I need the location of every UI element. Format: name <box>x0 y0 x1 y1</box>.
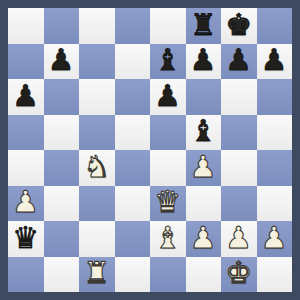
square-f6[interactable] <box>186 79 222 115</box>
square-g4[interactable] <box>221 150 257 186</box>
square-e3[interactable]: ♛ <box>150 186 186 222</box>
square-b7[interactable]: ♟ <box>44 44 80 80</box>
square-b8[interactable] <box>44 8 80 44</box>
square-c6[interactable] <box>79 79 115 115</box>
square-h7[interactable]: ♟ <box>257 44 293 80</box>
square-h1[interactable] <box>257 257 293 293</box>
square-e4[interactable] <box>150 150 186 186</box>
piece-white-knight: ♞ <box>83 152 110 184</box>
square-b4[interactable] <box>44 150 80 186</box>
piece-white-king: ♚ <box>225 258 252 290</box>
square-h2[interactable]: ♟ <box>257 221 293 257</box>
square-a8[interactable] <box>8 8 44 44</box>
piece-black-pawn: ♟ <box>225 45 252 77</box>
square-e2[interactable]: ♝ <box>150 221 186 257</box>
square-d4[interactable] <box>115 150 151 186</box>
square-g1[interactable]: ♚ <box>221 257 257 293</box>
piece-black-pawn: ♟ <box>12 81 39 113</box>
chess-board-frame: ♜♚♟♝♟♟♟♟♟♝♞♟♟♛♛♝♟♟♟♜♚ <box>0 0 300 300</box>
square-f4[interactable]: ♟ <box>186 150 222 186</box>
square-f5[interactable]: ♝ <box>186 115 222 151</box>
square-h4[interactable] <box>257 150 293 186</box>
square-f3[interactable] <box>186 186 222 222</box>
square-h5[interactable] <box>257 115 293 151</box>
piece-black-king: ♚ <box>225 10 252 42</box>
square-c1[interactable]: ♜ <box>79 257 115 293</box>
square-b6[interactable] <box>44 79 80 115</box>
square-b5[interactable] <box>44 115 80 151</box>
square-c7[interactable] <box>79 44 115 80</box>
square-g5[interactable] <box>221 115 257 151</box>
piece-black-bishop: ♝ <box>190 116 217 148</box>
square-h6[interactable] <box>257 79 293 115</box>
square-e6[interactable]: ♟ <box>150 79 186 115</box>
square-a6[interactable]: ♟ <box>8 79 44 115</box>
square-e1[interactable] <box>150 257 186 293</box>
square-b1[interactable] <box>44 257 80 293</box>
square-e8[interactable] <box>150 8 186 44</box>
square-d1[interactable] <box>115 257 151 293</box>
square-a2[interactable]: ♛ <box>8 221 44 257</box>
square-d3[interactable] <box>115 186 151 222</box>
chess-board: ♜♚♟♝♟♟♟♟♟♝♞♟♟♛♛♝♟♟♟♜♚ <box>8 8 292 292</box>
square-a5[interactable] <box>8 115 44 151</box>
piece-black-pawn: ♟ <box>190 45 217 77</box>
square-a1[interactable] <box>8 257 44 293</box>
square-e7[interactable]: ♝ <box>150 44 186 80</box>
piece-white-bishop: ♝ <box>154 223 181 255</box>
square-a4[interactable] <box>8 150 44 186</box>
square-c3[interactable] <box>79 186 115 222</box>
square-f7[interactable]: ♟ <box>186 44 222 80</box>
piece-black-pawn: ♟ <box>261 45 288 77</box>
square-c2[interactable] <box>79 221 115 257</box>
square-g2[interactable]: ♟ <box>221 221 257 257</box>
piece-white-pawn: ♟ <box>190 152 217 184</box>
square-g7[interactable]: ♟ <box>221 44 257 80</box>
square-e5[interactable] <box>150 115 186 151</box>
piece-black-rook: ♜ <box>190 10 217 42</box>
square-d6[interactable] <box>115 79 151 115</box>
piece-white-pawn: ♟ <box>261 223 288 255</box>
piece-black-queen: ♛ <box>12 223 39 255</box>
square-d2[interactable] <box>115 221 151 257</box>
square-c8[interactable] <box>79 8 115 44</box>
piece-white-rook: ♜ <box>83 258 110 290</box>
square-f1[interactable] <box>186 257 222 293</box>
piece-white-queen: ♛ <box>154 187 181 219</box>
square-f8[interactable]: ♜ <box>186 8 222 44</box>
square-d8[interactable] <box>115 8 151 44</box>
piece-black-bishop: ♝ <box>154 45 181 77</box>
square-h8[interactable] <box>257 8 293 44</box>
square-g3[interactable] <box>221 186 257 222</box>
square-h3[interactable] <box>257 186 293 222</box>
piece-black-pawn: ♟ <box>48 45 75 77</box>
square-b3[interactable] <box>44 186 80 222</box>
square-d5[interactable] <box>115 115 151 151</box>
piece-white-pawn: ♟ <box>225 223 252 255</box>
square-a7[interactable] <box>8 44 44 80</box>
square-f2[interactable]: ♟ <box>186 221 222 257</box>
square-c4[interactable]: ♞ <box>79 150 115 186</box>
square-b2[interactable] <box>44 221 80 257</box>
piece-white-pawn: ♟ <box>12 187 39 219</box>
square-d7[interactable] <box>115 44 151 80</box>
square-g8[interactable]: ♚ <box>221 8 257 44</box>
square-c5[interactable] <box>79 115 115 151</box>
piece-black-pawn: ♟ <box>154 81 181 113</box>
square-a3[interactable]: ♟ <box>8 186 44 222</box>
square-g6[interactable] <box>221 79 257 115</box>
piece-white-pawn: ♟ <box>190 223 217 255</box>
